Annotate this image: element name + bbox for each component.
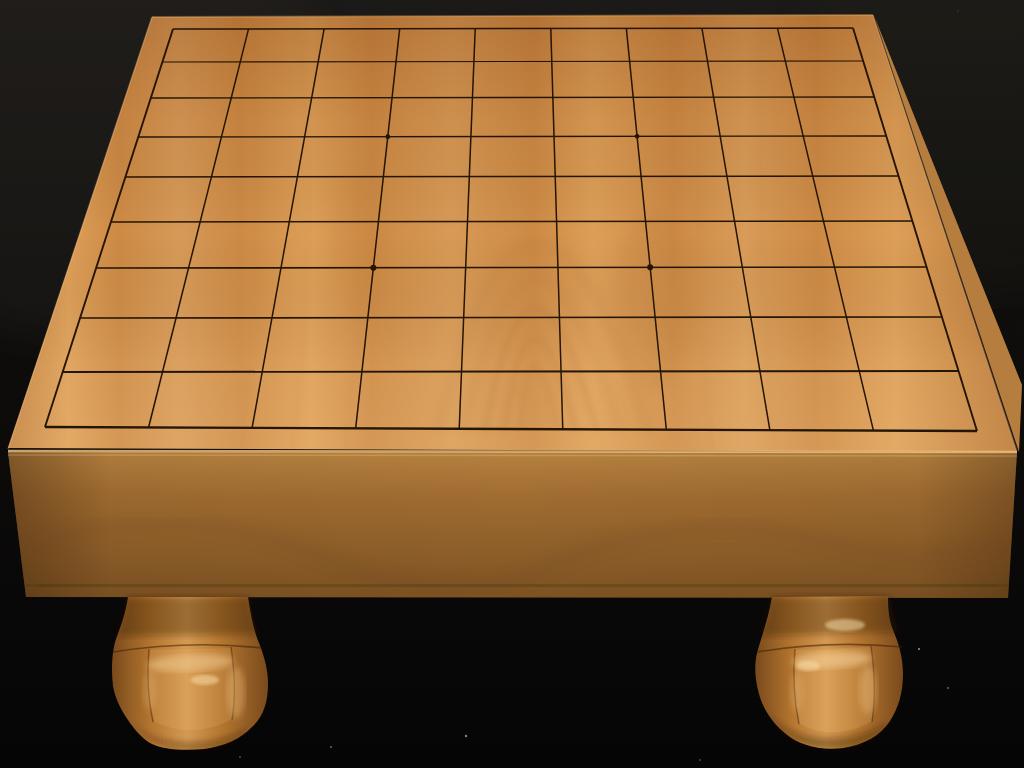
star-point xyxy=(647,264,653,270)
board-leg-left xyxy=(112,597,268,750)
grid-line xyxy=(96,267,926,268)
grid-line xyxy=(63,371,959,372)
front-edge-highlight xyxy=(8,451,1017,452)
board-leg-right xyxy=(755,596,903,749)
grid-line xyxy=(125,176,898,177)
photo-stage xyxy=(0,0,1024,768)
grid-line xyxy=(173,28,853,29)
star-point xyxy=(370,265,376,271)
front-face-bottom-shade xyxy=(30,585,1004,586)
grid-line xyxy=(111,221,912,222)
scene-svg xyxy=(0,0,1024,768)
front-edge-highlight-soft xyxy=(8,455,1017,456)
star-point xyxy=(635,134,640,139)
star-point xyxy=(385,134,390,139)
grid-line xyxy=(80,317,942,318)
